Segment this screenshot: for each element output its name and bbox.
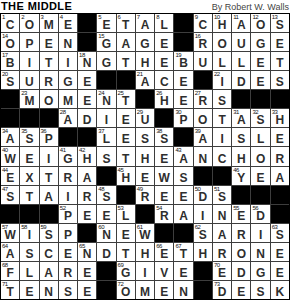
black-cell-r10c13 xyxy=(232,186,250,204)
cell-r9c3[interactable]: T xyxy=(40,167,58,185)
cell-r8c4[interactable]: 41G xyxy=(59,147,77,165)
cell-r1c7[interactable]: 6T xyxy=(117,14,135,32)
cell-r3c12[interactable]: L xyxy=(213,52,231,70)
letter-r12c1: W xyxy=(4,229,15,242)
cell-r2c13[interactable]: U xyxy=(232,33,250,51)
cell-r10c11[interactable]: 50D xyxy=(194,186,212,204)
letter-r9c10: S xyxy=(180,172,188,185)
cell-r8c6[interactable]: S xyxy=(97,147,115,165)
letter-r14c2: L xyxy=(26,267,33,280)
cell-r11c10[interactable]: A xyxy=(174,205,192,223)
cell-r6c11[interactable]: O xyxy=(194,109,212,127)
letter-r3c12: L xyxy=(218,57,225,70)
puzzle-byline: By Robert W. Walls xyxy=(212,2,289,12)
cell-r1c15[interactable]: 13S xyxy=(271,14,289,32)
cell-r8c5[interactable]: 42H xyxy=(78,147,96,165)
cell-r15c4[interactable]: S xyxy=(59,281,77,299)
cell-r14c7[interactable]: 69G xyxy=(117,262,135,280)
cell-r5c3[interactable]: O xyxy=(40,90,58,108)
cell-r7c8[interactable]: S xyxy=(136,128,154,146)
cell-r7c15[interactable]: E xyxy=(271,128,289,146)
letter-r4c15: S xyxy=(276,76,284,89)
black-cell-r2c10 xyxy=(174,33,192,51)
cell-r13c3[interactable]: C xyxy=(40,243,58,261)
letter-r15c4: S xyxy=(64,286,72,299)
cell-r4c9[interactable]: C xyxy=(155,71,173,89)
cell-r9c8[interactable]: E xyxy=(136,167,154,185)
cell-r14c8[interactable]: I xyxy=(136,262,154,280)
cell-r7c9[interactable]: 38S xyxy=(155,128,173,146)
cell-r4c14[interactable]: E xyxy=(251,71,269,89)
cell-r14c15[interactable]: E xyxy=(271,262,289,280)
cell-r7c2[interactable]: 35S xyxy=(20,128,38,146)
letter-r1c8: A xyxy=(141,19,150,32)
cell-r13c15[interactable]: E xyxy=(271,243,289,261)
cell-r7c13[interactable]: S xyxy=(232,128,250,146)
cell-r15c2[interactable]: E xyxy=(20,281,38,299)
letter-r6c6: I xyxy=(105,114,108,127)
clue-number-40: 40 xyxy=(2,147,8,153)
clue-number-66: 66 xyxy=(156,243,162,249)
cell-r2c9[interactable]: E xyxy=(155,33,173,51)
cell-r15c13[interactable]: E xyxy=(232,281,250,299)
letter-r4c14: E xyxy=(257,76,265,89)
cell-r6c7[interactable]: E xyxy=(117,109,135,127)
cell-r3c3[interactable]: T xyxy=(40,52,58,70)
letter-r14c15: E xyxy=(276,267,284,280)
black-cell-r12c10 xyxy=(174,224,192,242)
cell-r2c12[interactable]: O xyxy=(213,33,231,51)
letter-r14c9: V xyxy=(160,267,168,280)
cell-r3c14[interactable]: E xyxy=(251,52,269,70)
cell-r15c3[interactable]: N xyxy=(40,281,58,299)
letter-r7c8: S xyxy=(141,133,149,146)
cell-r10c3[interactable]: A xyxy=(40,186,58,204)
cell-r2c8[interactable]: G xyxy=(136,33,154,51)
letter-r4c9: C xyxy=(160,76,169,89)
clue-number-34: 34 xyxy=(2,128,8,134)
black-cell-r4c6 xyxy=(97,71,115,89)
clue-number-20: 20 xyxy=(2,71,8,77)
letter-r14c1: F xyxy=(6,267,13,280)
clue-number-39: 39 xyxy=(195,128,201,134)
cell-r12c8[interactable]: 61W xyxy=(136,224,154,242)
cell-r10c8[interactable]: 49R xyxy=(136,186,154,204)
letter-r4c2: U xyxy=(25,76,34,89)
cell-r10c4[interactable]: I xyxy=(59,186,77,204)
cell-r7c1[interactable]: 34A xyxy=(1,128,19,146)
clue-number-35: 35 xyxy=(21,128,27,134)
clue-number-41: 41 xyxy=(60,147,66,153)
letter-r9c14: E xyxy=(257,172,265,185)
letter-r4c4: G xyxy=(63,76,72,89)
letter-r5c6: N xyxy=(102,95,111,108)
clue-number-70: 70 xyxy=(214,262,220,268)
cell-r3c15[interactable]: T xyxy=(271,52,289,70)
cell-r10c9[interactable]: E xyxy=(155,186,173,204)
cell-r11c9[interactable]: 54R xyxy=(155,205,173,223)
cell-r15c10[interactable]: N xyxy=(174,281,192,299)
cell-r8c2[interactable]: E xyxy=(20,147,38,165)
letter-r15c1: T xyxy=(6,286,13,299)
cell-r15c14[interactable]: S xyxy=(251,281,269,299)
cell-r11c13[interactable]: 55E xyxy=(232,205,250,223)
cell-r9c7[interactable]: 45H xyxy=(117,167,135,185)
letter-r13c6: D xyxy=(102,248,111,261)
clue-number-69: 69 xyxy=(118,262,124,268)
cell-r13c10[interactable]: 67T xyxy=(174,243,192,261)
cell-r5c11[interactable]: 27R xyxy=(194,90,212,108)
black-cell-r9c12 xyxy=(213,167,231,185)
letter-r5c12: S xyxy=(218,95,226,108)
cell-r14c1[interactable]: 68F xyxy=(1,262,19,280)
cell-r5c9[interactable]: 26H xyxy=(155,90,173,108)
cell-r13c2[interactable]: S xyxy=(20,243,38,261)
letter-r12c11: S xyxy=(199,229,207,242)
cell-r9c13[interactable]: 46Y xyxy=(232,167,250,185)
letter-r9c4: R xyxy=(64,172,73,185)
cell-r7c14[interactable]: L xyxy=(251,128,269,146)
cell-r9c10[interactable]: S xyxy=(174,167,192,185)
cell-r7c3[interactable]: 36P xyxy=(40,128,58,146)
cell-r7c7[interactable]: E xyxy=(117,128,135,146)
cell-r1c3[interactable]: 3M xyxy=(40,14,58,32)
letter-r15c13: E xyxy=(237,286,245,299)
letter-r15c7: O xyxy=(121,286,130,299)
letter-r13c10: T xyxy=(180,248,187,261)
cell-r6c12[interactable]: T xyxy=(213,109,231,127)
cell-r5c7[interactable]: 25T xyxy=(117,90,135,108)
cell-r8c15[interactable]: R xyxy=(271,147,289,165)
cell-r13c8[interactable]: H xyxy=(136,243,154,261)
cell-r11c5[interactable]: E xyxy=(78,205,96,223)
letter-r2c1: O xyxy=(5,38,14,51)
cell-r11c11[interactable]: I xyxy=(194,205,212,223)
cell-r10c6[interactable]: 48S xyxy=(97,186,115,204)
cell-r2c7[interactable]: A xyxy=(117,33,135,51)
cell-r14c14[interactable]: G xyxy=(251,262,269,280)
letter-r3c14: E xyxy=(257,57,265,70)
cell-r12c11[interactable]: 62S xyxy=(194,224,212,242)
letter-r13c5: N xyxy=(83,248,92,261)
cell-r11c14[interactable]: 56D xyxy=(251,205,269,223)
letter-r8c11: N xyxy=(198,153,207,166)
cell-r12c14[interactable]: I xyxy=(251,224,269,242)
letter-r12c15: S xyxy=(276,229,284,242)
cell-r12c12[interactable]: A xyxy=(213,224,231,242)
letter-r10c4: I xyxy=(66,191,69,204)
cell-r15c9[interactable]: E xyxy=(155,281,173,299)
cell-r8c12[interactable]: C xyxy=(213,147,231,165)
cell-r14c5[interactable]: E xyxy=(78,262,96,280)
cell-r11c4[interactable]: 52P xyxy=(59,205,77,223)
cell-r8c13[interactable]: H xyxy=(232,147,250,165)
letter-r1c15: S xyxy=(276,19,284,32)
cell-r7c12[interactable]: I xyxy=(213,128,231,146)
cell-r2c2[interactable]: P xyxy=(20,33,38,51)
letter-r1c1: C xyxy=(6,19,15,32)
cell-r10c2[interactable]: T xyxy=(20,186,38,204)
cell-r8c10[interactable]: 43A xyxy=(174,147,192,165)
cell-r9c4[interactable]: R xyxy=(59,167,77,185)
cell-r15c8[interactable]: M xyxy=(136,281,154,299)
letter-r13c11: H xyxy=(198,248,207,261)
cell-r6c8[interactable]: 29U xyxy=(136,109,154,127)
cell-r9c14[interactable]: E xyxy=(251,167,269,185)
cell-r3c2[interactable]: I xyxy=(20,52,38,70)
cell-r13c13[interactable]: O xyxy=(232,243,250,261)
cell-r2c3[interactable]: E xyxy=(40,33,58,51)
cell-r7c6[interactable]: 37L xyxy=(97,128,115,146)
cell-r6c15[interactable]: 33H xyxy=(271,109,289,127)
cell-r4c2[interactable]: U xyxy=(20,71,38,89)
black-cell-r10c14 xyxy=(251,186,269,204)
cell-r5c2[interactable]: 23M xyxy=(20,90,38,108)
letter-r8c9: E xyxy=(160,153,168,166)
cell-r2c14[interactable]: G xyxy=(251,33,269,51)
letter-r11c7: L xyxy=(122,210,129,223)
clue-number-52: 52 xyxy=(60,205,66,211)
clue-number-56: 56 xyxy=(252,205,258,211)
clue-number-63: 63 xyxy=(272,224,278,230)
letter-r7c2: S xyxy=(25,133,33,146)
letter-r5c3: O xyxy=(44,95,53,108)
cell-r8c11[interactable]: N xyxy=(194,147,212,165)
cell-r12c2[interactable]: 58I xyxy=(20,224,38,242)
cell-r11c7[interactable]: 53L xyxy=(117,205,135,223)
cell-r12c6[interactable]: 60N xyxy=(97,224,115,242)
black-cell-r9c11 xyxy=(194,167,212,185)
clue-number-61: 61 xyxy=(137,224,143,230)
clue-number-60: 60 xyxy=(98,224,104,230)
letter-r6c11: O xyxy=(198,114,207,127)
black-cell-r14c11 xyxy=(194,262,212,280)
cell-r14c13[interactable]: D xyxy=(232,262,250,280)
cell-r2c6[interactable]: 15G xyxy=(97,33,115,51)
cell-r6c13[interactable]: 31A xyxy=(232,109,250,127)
cell-r12c3[interactable]: 59S xyxy=(40,224,58,242)
cell-r3c5[interactable]: 18N xyxy=(78,52,96,70)
cell-r3c9[interactable]: E xyxy=(155,52,173,70)
letter-r5c9: H xyxy=(160,95,169,108)
letter-r13c7: T xyxy=(122,248,129,261)
cell-r3c8[interactable]: H xyxy=(136,52,154,70)
cell-r4c1[interactable]: 20S xyxy=(1,71,19,89)
clue-number-37: 37 xyxy=(98,128,104,134)
cell-r1c2[interactable]: 2O xyxy=(20,14,38,32)
cell-r14c9[interactable]: V xyxy=(155,262,173,280)
cell-r9c2[interactable]: X xyxy=(20,167,38,185)
letter-r4c10: E xyxy=(180,76,188,89)
cell-r8c9[interactable]: E xyxy=(155,147,173,165)
cell-r5c4[interactable]: M xyxy=(59,90,77,108)
cell-r3c13[interactable]: L xyxy=(232,52,250,70)
clue-number-73: 73 xyxy=(214,281,220,287)
cell-r6c5[interactable]: D xyxy=(78,109,96,127)
letter-r8c10: A xyxy=(179,153,188,166)
cell-r1c8[interactable]: 7A xyxy=(136,14,154,32)
cell-r5c12[interactable]: S xyxy=(213,90,231,108)
letter-r11c4: P xyxy=(64,210,72,223)
letter-r6c4: A xyxy=(64,114,73,127)
letter-r10c11: D xyxy=(198,191,207,204)
letter-r3c15: T xyxy=(276,57,283,70)
cell-r1c12[interactable]: 10H xyxy=(213,14,231,32)
cell-r14c10[interactable]: E xyxy=(174,262,192,280)
cell-r2c1[interactable]: 14O xyxy=(1,33,19,51)
letter-r14c7: G xyxy=(121,267,130,280)
letter-r15c12: D xyxy=(218,286,227,299)
cell-r6c6[interactable]: I xyxy=(97,109,115,127)
letter-r8c1: W xyxy=(4,153,15,166)
cell-r15c7[interactable]: 72O xyxy=(117,281,135,299)
letter-r13c3: C xyxy=(44,248,53,261)
cell-r4c5[interactable]: E xyxy=(78,71,96,89)
black-cell-r15c11 xyxy=(194,281,212,299)
cell-r1c13[interactable]: 11A xyxy=(232,14,250,32)
cell-r8c8[interactable]: H xyxy=(136,147,154,165)
clue-number-57: 57 xyxy=(2,224,8,230)
cell-r9c5[interactable]: A xyxy=(78,167,96,185)
cell-r14c4[interactable]: R xyxy=(59,262,77,280)
letter-r14c5: E xyxy=(83,267,91,280)
letter-r8c14: O xyxy=(256,153,265,166)
cell-r4c13[interactable]: D xyxy=(232,71,250,89)
clue-number-23: 23 xyxy=(21,90,27,96)
cell-r1c9[interactable]: 8L xyxy=(155,14,173,32)
cell-r14c2[interactable]: L xyxy=(20,262,38,280)
letter-r14c3: A xyxy=(44,267,53,280)
cell-r4c8[interactable]: 21A xyxy=(136,71,154,89)
clue-number-6: 6 xyxy=(118,14,121,20)
cell-r14c12[interactable]: 70E xyxy=(213,262,231,280)
clue-number-7: 7 xyxy=(137,14,140,20)
cell-r2c11[interactable]: 16R xyxy=(194,33,212,51)
cell-r12c7[interactable]: E xyxy=(117,224,135,242)
cell-r5c6[interactable]: 24N xyxy=(97,90,115,108)
letter-r15c2: E xyxy=(25,286,33,299)
letter-r5c4: M xyxy=(63,95,73,108)
cell-r3c4[interactable]: I xyxy=(59,52,77,70)
letter-r6c14: S xyxy=(257,114,265,127)
cell-r13c5[interactable]: 65N xyxy=(78,243,96,261)
cell-r13c14[interactable]: N xyxy=(251,243,269,261)
cell-r6c10[interactable]: 30P xyxy=(174,109,192,127)
cell-r8c1[interactable]: 40W xyxy=(1,147,19,165)
cell-r15c15[interactable]: K xyxy=(271,281,289,299)
black-cell-r6c1 xyxy=(1,109,19,127)
cell-r12c1[interactable]: 57W xyxy=(1,224,19,242)
letter-r5c10: E xyxy=(180,95,188,108)
cell-r2c15[interactable]: E xyxy=(271,33,289,51)
cell-r3c7[interactable]: T xyxy=(117,52,135,70)
cell-r11c6[interactable]: E xyxy=(97,205,115,223)
cell-r4c15[interactable]: S xyxy=(271,71,289,89)
cell-r4c10[interactable]: E xyxy=(174,71,192,89)
cell-r13c4[interactable]: E xyxy=(59,243,77,261)
cell-r10c10[interactable]: E xyxy=(174,186,192,204)
letter-r1c14: O xyxy=(256,19,265,32)
letter-r12c8: W xyxy=(139,229,150,242)
cell-r12c4[interactable]: P xyxy=(59,224,77,242)
cell-r9c1[interactable]: 44E xyxy=(1,167,19,185)
clue-number-15: 15 xyxy=(98,33,104,39)
clue-number-38: 38 xyxy=(156,128,162,134)
cell-r13c1[interactable]: 64A xyxy=(1,243,19,261)
cell-r10c1[interactable]: 47S xyxy=(1,186,19,204)
cell-r11c12[interactable]: N xyxy=(213,205,231,223)
cell-r14c3[interactable]: A xyxy=(40,262,58,280)
clue-number-45: 45 xyxy=(118,167,124,173)
cell-r8c14[interactable]: O xyxy=(251,147,269,165)
cell-r13c12[interactable]: R xyxy=(213,243,231,261)
cell-r10c12[interactable]: 51S xyxy=(213,186,231,204)
cell-r12c15[interactable]: 63S xyxy=(271,224,289,242)
cell-r8c7[interactable]: T xyxy=(117,147,135,165)
cell-r9c9[interactable]: W xyxy=(155,167,173,185)
cell-r12c13[interactable]: R xyxy=(232,224,250,242)
cell-r5c10[interactable]: E xyxy=(174,90,192,108)
cell-r1c4[interactable]: 4E xyxy=(59,14,77,32)
black-cell-r5c13 xyxy=(232,90,250,108)
black-cell-r11c3 xyxy=(40,205,58,223)
letter-r9c15: A xyxy=(276,172,285,185)
letter-r9c2: X xyxy=(25,172,33,185)
letter-r10c1: S xyxy=(6,191,14,204)
cell-r13c7[interactable]: T xyxy=(117,243,135,261)
letter-r3c5: N xyxy=(83,57,92,70)
cell-r7c11[interactable]: 39A xyxy=(194,128,212,146)
cell-r1c1[interactable]: 1C xyxy=(1,14,19,32)
black-cell-r10c7 xyxy=(117,186,135,204)
cell-r3c1[interactable]: 17B xyxy=(1,52,19,70)
cell-r4c12[interactable]: 22I xyxy=(213,71,231,89)
cell-r1c14[interactable]: 12O xyxy=(251,14,269,32)
cell-r13c9[interactable]: 66E xyxy=(155,243,173,261)
clue-number-26: 26 xyxy=(156,90,162,96)
cell-r6c4[interactable]: 28A xyxy=(59,109,77,127)
cell-r3c10[interactable]: 19B xyxy=(174,52,192,70)
cell-r3c6[interactable]: G xyxy=(97,52,115,70)
cell-r9c15[interactable]: A xyxy=(271,167,289,185)
clue-number-24: 24 xyxy=(98,90,104,96)
letter-r12c14: I xyxy=(259,229,262,242)
letter-r3c11: U xyxy=(198,57,207,70)
cell-r2c4[interactable]: N xyxy=(59,33,77,51)
letter-r4c5: E xyxy=(83,76,91,89)
cell-r10c5[interactable]: R xyxy=(78,186,96,204)
cell-r1c11[interactable]: 9C xyxy=(194,14,212,32)
cell-r13c6[interactable]: D xyxy=(97,243,115,261)
letter-r3c1: B xyxy=(6,57,15,70)
cell-r13c11[interactable]: H xyxy=(194,243,212,261)
letter-r3c8: H xyxy=(141,57,150,70)
cell-r8c3[interactable]: I xyxy=(40,147,58,165)
cell-r15c12[interactable]: 73D xyxy=(213,281,231,299)
cell-r1c6[interactable]: 5E xyxy=(97,14,115,32)
cell-r6c14[interactable]: 32S xyxy=(251,109,269,127)
cell-r15c1[interactable]: 71T xyxy=(1,281,19,299)
cell-r4c4[interactable]: G xyxy=(59,71,77,89)
letter-r12c12: A xyxy=(218,229,227,242)
clue-number-43: 43 xyxy=(175,147,181,153)
cell-r4c3[interactable]: R xyxy=(40,71,58,89)
cell-r5c5[interactable]: E xyxy=(78,90,96,108)
cell-r3c11[interactable]: U xyxy=(194,52,212,70)
letter-r12c7: E xyxy=(122,229,130,242)
letter-r1c11: C xyxy=(198,19,207,32)
cell-r15c5[interactable]: E xyxy=(78,281,96,299)
